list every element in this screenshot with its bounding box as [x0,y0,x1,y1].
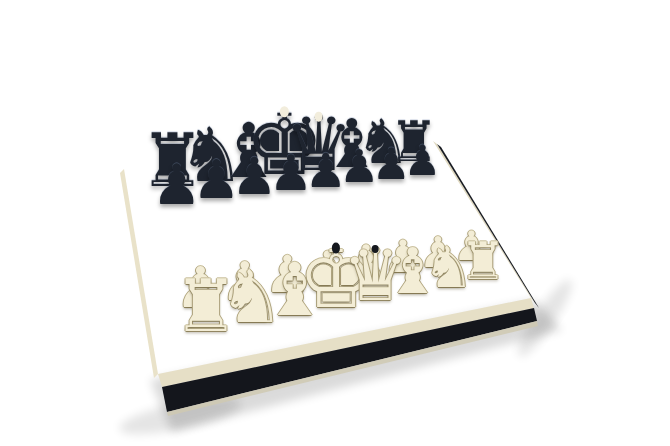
board-side-left [120,169,158,378]
board-side-near-band [162,308,537,412]
chess-set-product-photo: { "game": "chess", "scene": { "descripti… [0,0,670,446]
board-side-right-band [437,144,539,308]
board-shadow-and-sides [0,0,670,446]
board-side-right-lip [433,141,535,303]
